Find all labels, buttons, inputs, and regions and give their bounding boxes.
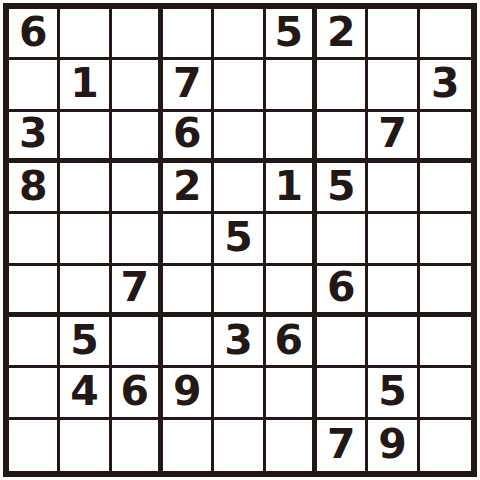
cell-r2c3[interactable] [112, 60, 163, 111]
cell-r8c3[interactable]: 6 [112, 368, 163, 419]
cell-r6c9[interactable] [420, 266, 471, 317]
cell-r8c5[interactable] [214, 368, 265, 419]
cell-r6c5[interactable] [214, 266, 265, 317]
cell-r5c3[interactable] [112, 214, 163, 265]
cell-r3c5[interactable] [214, 112, 265, 163]
cell-r2c7[interactable] [317, 60, 368, 111]
cell-r6c2[interactable] [60, 266, 111, 317]
cell-r5c2[interactable] [60, 214, 111, 265]
cell-r3c8[interactable]: 7 [368, 112, 419, 163]
cell-r4c4[interactable]: 2 [163, 163, 214, 214]
cell-r5c6[interactable] [266, 214, 317, 265]
cell-r7c3[interactable] [112, 317, 163, 368]
cell-r2c2[interactable]: 1 [60, 60, 111, 111]
cell-r8c7[interactable] [317, 368, 368, 419]
cell-r7c7[interactable] [317, 317, 368, 368]
cell-r3c3[interactable] [112, 112, 163, 163]
sudoku-board: 6521733678215576536469579 [3, 3, 477, 477]
cell-r2c8[interactable] [368, 60, 419, 111]
cell-r6c4[interactable] [163, 266, 214, 317]
cell-r4c8[interactable] [368, 163, 419, 214]
cell-r5c5[interactable]: 5 [214, 214, 265, 265]
cell-r7c2[interactable]: 5 [60, 317, 111, 368]
cell-r4c3[interactable] [112, 163, 163, 214]
cell-r9c2[interactable] [60, 420, 111, 471]
cell-r6c6[interactable] [266, 266, 317, 317]
cell-r9c6[interactable] [266, 420, 317, 471]
cell-r6c7[interactable]: 6 [317, 266, 368, 317]
cell-r9c7[interactable]: 7 [317, 420, 368, 471]
cell-r4c5[interactable] [214, 163, 265, 214]
cell-r1c7[interactable]: 2 [317, 9, 368, 60]
cell-r7c1[interactable] [9, 317, 60, 368]
cell-r5c9[interactable] [420, 214, 471, 265]
cell-r1c3[interactable] [112, 9, 163, 60]
cell-r4c2[interactable] [60, 163, 111, 214]
cell-r3c9[interactable] [420, 112, 471, 163]
cell-r8c1[interactable] [9, 368, 60, 419]
cell-r8c4[interactable]: 9 [163, 368, 214, 419]
cell-r8c2[interactable]: 4 [60, 368, 111, 419]
cell-r9c4[interactable] [163, 420, 214, 471]
cell-r6c1[interactable] [9, 266, 60, 317]
cell-r6c3[interactable]: 7 [112, 266, 163, 317]
cell-r1c8[interactable] [368, 9, 419, 60]
cell-r8c9[interactable] [420, 368, 471, 419]
cell-r1c4[interactable] [163, 9, 214, 60]
cell-r7c9[interactable] [420, 317, 471, 368]
cell-r2c4[interactable]: 7 [163, 60, 214, 111]
cell-r6c8[interactable] [368, 266, 419, 317]
cell-r1c6[interactable]: 5 [266, 9, 317, 60]
cell-r2c1[interactable] [9, 60, 60, 111]
cell-r3c4[interactable]: 6 [163, 112, 214, 163]
cell-r2c6[interactable] [266, 60, 317, 111]
cell-r9c8[interactable]: 9 [368, 420, 419, 471]
cell-r9c5[interactable] [214, 420, 265, 471]
cell-r7c5[interactable]: 3 [214, 317, 265, 368]
cell-r3c2[interactable] [60, 112, 111, 163]
cell-r1c1[interactable]: 6 [9, 9, 60, 60]
cell-r8c8[interactable]: 5 [368, 368, 419, 419]
cell-r4c1[interactable]: 8 [9, 163, 60, 214]
cell-r7c4[interactable] [163, 317, 214, 368]
cell-r5c7[interactable] [317, 214, 368, 265]
cell-r7c6[interactable]: 6 [266, 317, 317, 368]
cell-r4c9[interactable] [420, 163, 471, 214]
cell-r4c6[interactable]: 1 [266, 163, 317, 214]
cell-r3c6[interactable] [266, 112, 317, 163]
cell-r2c9[interactable]: 3 [420, 60, 471, 111]
cell-r4c7[interactable]: 5 [317, 163, 368, 214]
cell-r1c2[interactable] [60, 9, 111, 60]
cell-r5c4[interactable] [163, 214, 214, 265]
cell-r3c1[interactable]: 3 [9, 112, 60, 163]
cell-r9c1[interactable] [9, 420, 60, 471]
cell-r2c5[interactable] [214, 60, 265, 111]
cell-r5c8[interactable] [368, 214, 419, 265]
cell-r5c1[interactable] [9, 214, 60, 265]
cell-r1c9[interactable] [420, 9, 471, 60]
cell-r3c7[interactable] [317, 112, 368, 163]
cell-r9c3[interactable] [112, 420, 163, 471]
cell-r7c8[interactable] [368, 317, 419, 368]
cell-r9c9[interactable] [420, 420, 471, 471]
cell-r8c6[interactable] [266, 368, 317, 419]
cell-r1c5[interactable] [214, 9, 265, 60]
